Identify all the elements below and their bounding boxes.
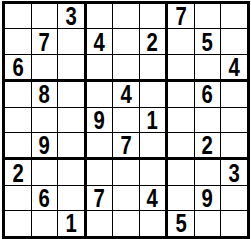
given-digit: 6	[12, 54, 23, 80]
given-digit: 6	[39, 185, 50, 211]
given-digit: 4	[228, 54, 239, 80]
cell-r6c7[interactable]	[168, 133, 195, 160]
cell-r5c1[interactable]	[5, 108, 32, 133]
cell-r5c6: 1	[140, 108, 169, 133]
given-digit: 9	[202, 185, 213, 211]
cell-r4c4[interactable]	[87, 82, 114, 107]
cell-r7c1: 2	[5, 160, 32, 185]
given-digit: 4	[94, 29, 105, 55]
given-digit: 2	[12, 160, 23, 186]
cell-r5c3[interactable]	[58, 108, 87, 133]
cell-r8c3[interactable]	[58, 186, 87, 211]
cell-r8c6: 4	[140, 186, 169, 211]
given-digit: 7	[39, 29, 50, 55]
cell-r2c3[interactable]	[58, 29, 87, 54]
given-digit: 7	[94, 185, 105, 211]
cell-r3c2[interactable]	[32, 55, 59, 82]
cell-r6c1[interactable]	[5, 133, 32, 160]
cell-r2c1[interactable]	[5, 29, 32, 54]
given-digit: 3	[65, 3, 76, 29]
cell-r9c2[interactable]	[32, 211, 59, 235]
cell-r3c4[interactable]	[87, 55, 114, 82]
cell-r9c6[interactable]	[140, 211, 169, 235]
cell-r8c1[interactable]	[5, 186, 32, 211]
cell-r5c5[interactable]	[113, 108, 140, 133]
cell-r1c3: 3	[58, 4, 87, 29]
given-digit: 9	[94, 107, 105, 133]
cell-r1c4[interactable]	[87, 4, 114, 29]
cell-r1c6[interactable]	[140, 4, 169, 29]
cell-r1c2[interactable]	[32, 4, 59, 29]
cell-r2c5[interactable]	[113, 29, 140, 54]
cell-r1c1[interactable]	[5, 4, 32, 29]
given-digit: 4	[120, 81, 131, 107]
cell-r7c5[interactable]	[113, 160, 140, 185]
cell-r7c6[interactable]	[140, 160, 169, 185]
cell-r3c8[interactable]	[195, 55, 222, 82]
cell-r7c8[interactable]	[195, 160, 222, 185]
cell-r7c4[interactable]	[87, 160, 114, 185]
cell-r4c9[interactable]	[221, 82, 247, 107]
cell-r2c4: 4	[87, 29, 114, 54]
cell-r4c2: 8	[32, 82, 59, 107]
cell-r4c1[interactable]	[5, 82, 32, 107]
cell-r8c7[interactable]	[168, 186, 195, 211]
cell-r6c2: 9	[32, 133, 59, 160]
cell-r8c9[interactable]	[221, 186, 247, 211]
cell-r6c6[interactable]	[140, 133, 169, 160]
cell-r9c9[interactable]	[221, 211, 247, 235]
cell-r5c8[interactable]	[195, 108, 222, 133]
given-digit: 5	[202, 29, 213, 55]
cell-r8c8: 9	[195, 186, 222, 211]
cell-r3c5[interactable]	[113, 55, 140, 82]
cell-r4c3[interactable]	[58, 82, 87, 107]
cell-r1c7: 7	[168, 4, 195, 29]
cell-r8c5[interactable]	[113, 186, 140, 211]
cell-r3c3[interactable]	[58, 55, 87, 82]
cell-r6c4[interactable]	[87, 133, 114, 160]
cell-r5c7[interactable]	[168, 108, 195, 133]
cell-r5c2[interactable]	[32, 108, 59, 133]
cell-r3c9: 4	[221, 55, 247, 82]
sudoku-board: 377425648469197223674915	[2, 1, 250, 239]
cell-r3c6[interactable]	[140, 55, 169, 82]
given-digit: 9	[39, 132, 50, 158]
given-digit: 7	[120, 132, 131, 158]
cell-r6c8: 2	[195, 133, 222, 160]
cell-r9c3: 1	[58, 211, 87, 235]
given-digit: 1	[65, 210, 76, 236]
given-digit: 3	[228, 160, 239, 186]
cell-r3c7[interactable]	[168, 55, 195, 82]
cell-r2c2: 7	[32, 29, 59, 54]
cell-r7c9: 3	[221, 160, 247, 185]
cell-r3c1: 6	[5, 55, 32, 82]
cell-r2c7[interactable]	[168, 29, 195, 54]
cell-r6c5: 7	[113, 133, 140, 160]
cell-r2c6: 2	[140, 29, 169, 54]
cell-r9c8[interactable]	[195, 211, 222, 235]
given-digit: 8	[39, 81, 50, 107]
cell-r9c5[interactable]	[113, 211, 140, 235]
given-digit: 5	[175, 210, 186, 236]
cell-r1c5[interactable]	[113, 4, 140, 29]
cell-r1c9[interactable]	[221, 4, 247, 29]
cell-r9c7: 5	[168, 211, 195, 235]
cell-r8c4: 7	[87, 186, 114, 211]
cell-r2c8: 5	[195, 29, 222, 54]
cell-r9c1[interactable]	[5, 211, 32, 235]
cell-r4c8: 6	[195, 82, 222, 107]
cell-r4c6[interactable]	[140, 82, 169, 107]
cell-r5c9[interactable]	[221, 108, 247, 133]
given-digit: 2	[147, 29, 158, 55]
given-digit: 4	[147, 185, 158, 211]
cell-r5c4: 9	[87, 108, 114, 133]
cell-r6c3[interactable]	[58, 133, 87, 160]
cell-r4c5: 4	[113, 82, 140, 107]
cell-r2c9[interactable]	[221, 29, 247, 54]
cell-r7c3[interactable]	[58, 160, 87, 185]
cell-r6c9[interactable]	[221, 133, 247, 160]
cell-r7c2[interactable]	[32, 160, 59, 185]
cell-r7c7[interactable]	[168, 160, 195, 185]
cell-r1c8[interactable]	[195, 4, 222, 29]
cell-r8c2: 6	[32, 186, 59, 211]
given-digit: 6	[202, 81, 213, 107]
given-digit: 7	[175, 3, 186, 29]
given-digit: 2	[202, 132, 213, 158]
given-digit: 1	[147, 107, 158, 133]
cell-r9c4[interactable]	[87, 211, 114, 235]
cell-r4c7[interactable]	[168, 82, 195, 107]
